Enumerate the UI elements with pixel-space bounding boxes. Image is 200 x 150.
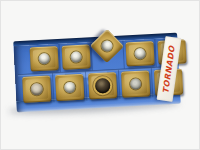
- tray-slot: [125, 40, 154, 67]
- insert: [22, 75, 51, 102]
- tray-slot: [22, 74, 51, 102]
- insert: [30, 46, 59, 71]
- tray-slot: [55, 73, 84, 101]
- insert: [88, 72, 117, 99]
- insert-hole: [130, 78, 142, 90]
- insert-hole: [134, 48, 146, 60]
- insert: [55, 73, 84, 100]
- tray-slot: [121, 69, 150, 97]
- insert-hole: [70, 51, 82, 63]
- insert-hole: [38, 53, 50, 65]
- tray-slot: [30, 45, 59, 72]
- insert-hole: [95, 77, 111, 93]
- insert: [62, 44, 91, 69]
- product-label-text: TORNADO: [161, 44, 177, 93]
- tray-slot: [62, 43, 91, 70]
- tray-slot: [88, 71, 117, 99]
- insert: [125, 41, 154, 66]
- insert-hole: [99, 38, 115, 54]
- insert-hole: [30, 82, 43, 95]
- insert: [121, 70, 150, 97]
- product-photo: TORNADO: [0, 0, 200, 150]
- insert-hole: [64, 81, 76, 93]
